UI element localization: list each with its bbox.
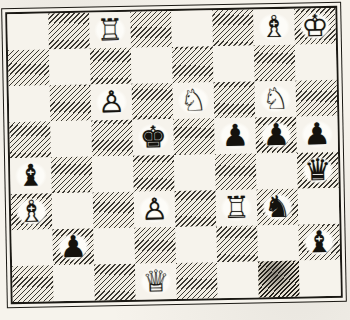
square-d7[interactable] — [131, 47, 173, 84]
square-a2[interactable] — [11, 229, 53, 266]
black-bishop[interactable]: ♝ — [10, 157, 52, 194]
square-e6[interactable]: ♘ — [173, 82, 215, 119]
square-d6[interactable] — [132, 83, 174, 120]
white-pawn[interactable]: ♙ — [91, 84, 133, 121]
square-c1[interactable] — [94, 264, 136, 301]
square-h4[interactable]: ♛ — [297, 152, 339, 189]
square-f8[interactable] — [212, 9, 254, 46]
square-c6[interactable]: ♙ — [91, 84, 133, 121]
square-g6[interactable]: ♘ — [255, 81, 297, 118]
square-c8[interactable]: ♖ — [89, 12, 131, 49]
square-e1[interactable] — [176, 262, 218, 299]
square-d2[interactable] — [134, 227, 176, 264]
square-c3[interactable] — [93, 192, 135, 229]
white-rook[interactable]: ♖ — [216, 189, 258, 226]
black-bishop[interactable]: ♝ — [298, 224, 340, 261]
black-pawn[interactable]: ♟ — [214, 117, 256, 154]
square-h6[interactable] — [296, 80, 338, 117]
square-h5[interactable]: ♟ — [296, 116, 338, 153]
square-d8[interactable] — [130, 11, 172, 48]
board-frame: ♖♗♔♙♘♘♚♟♟♟♝♛♗♙♖♞♟♝♕ — [5, 6, 343, 304]
square-a4[interactable]: ♝ — [10, 157, 52, 194]
square-e5[interactable] — [173, 118, 215, 155]
square-c2[interactable] — [93, 228, 135, 265]
square-h2[interactable]: ♝ — [298, 224, 340, 261]
square-h3[interactable] — [298, 188, 340, 225]
square-f3[interactable]: ♖ — [216, 189, 258, 226]
white-queen[interactable]: ♕ — [135, 263, 177, 300]
square-g3[interactable]: ♞ — [257, 189, 299, 226]
chess-board: ♖♗♔♙♘♘♚♟♟♟♝♛♗♙♖♞♟♝♕ — [7, 8, 340, 302]
square-b1[interactable] — [53, 265, 95, 302]
square-b2[interactable]: ♟ — [52, 229, 94, 266]
square-g7[interactable] — [254, 45, 296, 82]
square-e7[interactable] — [172, 46, 214, 83]
square-c5[interactable] — [91, 120, 133, 157]
square-f4[interactable] — [215, 153, 257, 190]
square-e8[interactable] — [171, 10, 213, 47]
square-b8[interactable] — [48, 13, 90, 50]
square-a6[interactable] — [9, 85, 51, 122]
black-pawn[interactable]: ♟ — [296, 116, 338, 153]
black-knight[interactable]: ♞ — [257, 189, 299, 226]
square-f1[interactable] — [217, 261, 259, 298]
square-g4[interactable] — [256, 153, 298, 190]
square-g1[interactable] — [258, 261, 300, 298]
white-knight[interactable]: ♘ — [255, 81, 297, 118]
square-e4[interactable] — [174, 154, 216, 191]
square-e2[interactable] — [175, 226, 217, 263]
black-pawn[interactable]: ♟ — [255, 117, 297, 154]
black-pawn[interactable]: ♟ — [52, 229, 94, 266]
square-d1[interactable]: ♕ — [135, 263, 177, 300]
square-d4[interactable] — [133, 155, 175, 192]
square-g5[interactable]: ♟ — [255, 117, 297, 154]
square-f7[interactable] — [213, 45, 255, 82]
square-g2[interactable] — [257, 225, 299, 262]
square-b5[interactable] — [50, 121, 92, 158]
square-h7[interactable] — [295, 44, 337, 81]
square-b7[interactable] — [49, 49, 91, 86]
square-b6[interactable] — [50, 85, 92, 122]
square-g8[interactable]: ♗ — [253, 9, 295, 46]
square-a5[interactable] — [9, 121, 51, 158]
square-f2[interactable] — [216, 225, 258, 262]
white-king[interactable]: ♔ — [294, 8, 336, 45]
black-queen[interactable]: ♛ — [297, 152, 339, 189]
white-bishop[interactable]: ♗ — [253, 9, 295, 46]
square-e3[interactable] — [175, 190, 217, 227]
white-bishop[interactable]: ♗ — [11, 193, 53, 230]
white-rook[interactable]: ♖ — [89, 12, 131, 49]
square-h1[interactable] — [299, 260, 341, 297]
square-h8[interactable]: ♔ — [294, 8, 336, 45]
square-a1[interactable] — [12, 265, 54, 302]
square-b4[interactable] — [51, 157, 93, 194]
square-a7[interactable] — [8, 49, 50, 86]
square-a8[interactable] — [7, 13, 49, 50]
square-d3[interactable]: ♙ — [134, 191, 176, 228]
square-a3[interactable]: ♗ — [11, 193, 53, 230]
square-b3[interactable] — [52, 193, 94, 230]
white-knight[interactable]: ♘ — [173, 82, 215, 119]
square-f6[interactable] — [214, 81, 256, 118]
square-c7[interactable] — [90, 48, 132, 85]
white-pawn[interactable]: ♙ — [134, 191, 176, 228]
square-d5[interactable]: ♚ — [132, 119, 174, 156]
black-king[interactable]: ♚ — [132, 119, 174, 156]
square-c4[interactable] — [92, 156, 134, 193]
square-f5[interactable]: ♟ — [214, 117, 256, 154]
